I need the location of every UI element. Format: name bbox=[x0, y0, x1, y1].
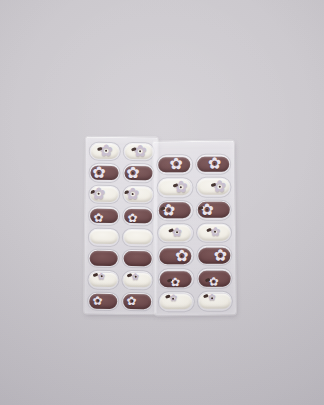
nail-tip-ivory: ✿ bbox=[160, 294, 192, 310]
nail-pocket: ✿ bbox=[88, 206, 120, 226]
nail-pocket: ✿ bbox=[122, 185, 154, 205]
flower-decal-icon: ✿ bbox=[170, 276, 180, 287]
flower-decal-icon: ✿ bbox=[93, 295, 103, 307]
leaf-accent-icon bbox=[165, 294, 171, 298]
flower-decal-icon: ✿ bbox=[209, 276, 219, 287]
nail-pocket: ✿ bbox=[157, 200, 194, 221]
nail-tip-mauve: ✿ bbox=[198, 202, 230, 218]
nail-pocket: ✿ bbox=[157, 268, 194, 289]
nail-pocket: ✿ bbox=[123, 142, 155, 162]
nail-tip-ivory: ✿ bbox=[91, 144, 119, 159]
nail-tip-ivory: ✿ bbox=[199, 293, 231, 309]
nail-sheet-left: ✿✿✿✿✿✿✿✿✿✿✿✿ bbox=[84, 137, 158, 315]
nail-pocket: ✿ bbox=[87, 291, 119, 311]
flower-decal-icon: ✿ bbox=[93, 212, 103, 223]
nail-tip-mauve: ✿ bbox=[123, 294, 151, 309]
nail-pocket: ✿ bbox=[87, 270, 119, 290]
flower-decal-icon: ✿ bbox=[126, 166, 140, 181]
nail-tip-mauve: ✿ bbox=[198, 270, 230, 286]
flower-decal-icon: ✿ bbox=[92, 165, 106, 180]
flower-decal-icon: ✿ bbox=[208, 156, 222, 172]
flower-decal-icon: ✿ bbox=[213, 179, 227, 195]
nail-tip-ivory: ✿ bbox=[159, 179, 191, 195]
nail-tip-mauve: ✿ bbox=[91, 165, 119, 180]
flower-decal-icon: ✿ bbox=[97, 272, 105, 281]
nail-pocket bbox=[88, 249, 120, 269]
leaf-accent-icon bbox=[166, 278, 172, 282]
flower-decal-icon: ✿ bbox=[214, 248, 228, 264]
flower-decal-icon: ✿ bbox=[174, 179, 188, 195]
nail-tip-mauve: ✿ bbox=[90, 208, 118, 223]
nail-pocket: ✿ bbox=[157, 223, 194, 244]
photo-background: ✿✿✿✿✿✿✿✿✿✿✿✿ ✿✿✿✿✿✿✿✿✿✿✿✿✿✿ bbox=[0, 0, 324, 405]
flower-decal-icon: ✿ bbox=[92, 187, 106, 202]
nail-pocket: ✿ bbox=[158, 291, 195, 312]
nail-pocket bbox=[122, 249, 154, 269]
nail-tip-mauve: ✿ bbox=[160, 271, 192, 287]
nail-pocket: ✿ bbox=[195, 222, 232, 243]
nail-pocket: ✿ bbox=[88, 184, 120, 204]
nail-pocket: ✿ bbox=[196, 291, 233, 312]
nail-pocket: ✿ bbox=[196, 268, 233, 289]
nail-pocket: ✿ bbox=[156, 154, 193, 175]
nail-tip-mauve: ✿ bbox=[89, 294, 117, 309]
nail-pocket: ✿ bbox=[195, 199, 232, 220]
nail-tip-ivory: ✿ bbox=[124, 273, 152, 288]
nail-tip-mauve: ✿ bbox=[197, 156, 229, 172]
nail-tip-ivory bbox=[124, 230, 152, 245]
nail-pocket: ✿ bbox=[88, 163, 120, 183]
nail-pocket bbox=[122, 228, 154, 248]
leaf-accent-icon bbox=[160, 206, 166, 210]
leaf-accent-icon bbox=[203, 294, 209, 298]
flower-decal-icon: ✿ bbox=[127, 212, 137, 223]
nail-tip-ivory: ✿ bbox=[90, 187, 118, 202]
nail-pocket bbox=[88, 227, 120, 247]
nail-pocket: ✿ bbox=[121, 292, 153, 312]
flower-decal-icon: ✿ bbox=[131, 273, 139, 282]
nail-tip-ivory: ✿ bbox=[197, 179, 229, 195]
flower-decal-icon: ✿ bbox=[200, 202, 214, 218]
nail-tip-mauve bbox=[124, 251, 152, 266]
leaf-accent-icon bbox=[198, 206, 204, 210]
leaf-accent-icon bbox=[97, 147, 103, 151]
nail-pocket: ✿ bbox=[122, 163, 154, 183]
flower-decal-icon: ✿ bbox=[210, 226, 220, 238]
nail-pocket: ✿ bbox=[122, 206, 154, 226]
leaf-accent-icon bbox=[211, 183, 217, 187]
flower-decal-icon: ✿ bbox=[208, 293, 216, 302]
leaf-accent-icon bbox=[168, 229, 174, 233]
nail-tip-ivory: ✿ bbox=[159, 225, 191, 241]
leaf-accent-icon bbox=[92, 272, 98, 276]
nail-tip-mauve bbox=[90, 251, 118, 266]
leaf-accent-icon bbox=[131, 147, 137, 151]
flower-decal-icon: ✿ bbox=[162, 202, 176, 218]
flower-decal-icon: ✿ bbox=[126, 187, 140, 202]
flower-decal-icon: ✿ bbox=[170, 294, 178, 303]
nail-tip-ivory: ✿ bbox=[90, 272, 118, 287]
leaf-accent-icon bbox=[90, 190, 95, 194]
flower-decal-icon: ✿ bbox=[99, 144, 113, 159]
nail-tip-ivory: ✿ bbox=[198, 225, 230, 241]
nail-pocket: ✿ bbox=[196, 245, 233, 266]
nail-tip-ivory bbox=[90, 230, 118, 245]
flower-decal-icon: ✿ bbox=[172, 226, 182, 238]
nail-tip-mauve: ✿ bbox=[125, 166, 153, 181]
nail-sheet-right: ✿✿✿✿✿✿✿✿✿✿✿✿✿✿ bbox=[153, 141, 236, 316]
nail-pocket: ✿ bbox=[157, 245, 194, 266]
leaf-accent-icon bbox=[207, 228, 213, 232]
leaf-accent-icon bbox=[126, 273, 132, 277]
flower-decal-icon: ✿ bbox=[127, 295, 137, 307]
leaf-accent-icon bbox=[205, 278, 211, 282]
nail-pocket: ✿ bbox=[121, 270, 153, 290]
nail-tip-mauve: ✿ bbox=[198, 248, 230, 264]
leaf-accent-icon bbox=[172, 183, 178, 187]
nail-tip-mauve: ✿ bbox=[159, 157, 191, 173]
nail-pocket: ✿ bbox=[89, 142, 121, 162]
nail-pocket: ✿ bbox=[195, 154, 232, 175]
nail-tip-ivory: ✿ bbox=[124, 187, 152, 202]
nail-tip-ivory: ✿ bbox=[125, 144, 153, 159]
flower-decal-icon: ✿ bbox=[133, 144, 147, 159]
nail-pocket: ✿ bbox=[195, 176, 232, 197]
flower-decal-icon: ✿ bbox=[169, 157, 183, 173]
flower-decal-icon: ✿ bbox=[175, 248, 189, 264]
leaf-accent-icon bbox=[124, 191, 129, 195]
nail-tip-mauve: ✿ bbox=[124, 209, 152, 224]
nail-pocket: ✿ bbox=[156, 177, 193, 198]
nail-tip-mauve: ✿ bbox=[159, 202, 191, 218]
nail-tip-mauve: ✿ bbox=[160, 248, 192, 264]
